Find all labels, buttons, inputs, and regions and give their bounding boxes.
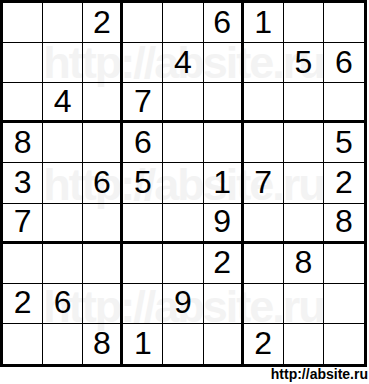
sudoku-grid: 2614564786536517279828269812 bbox=[3, 3, 364, 364]
cell-r3c9[interactable] bbox=[324, 83, 364, 123]
cell-r3c4[interactable]: 7 bbox=[123, 83, 163, 123]
cell-r8c9[interactable] bbox=[324, 284, 364, 324]
cell-r9c3[interactable]: 8 bbox=[83, 324, 123, 364]
cell-r1c6[interactable]: 6 bbox=[204, 3, 244, 43]
cell-r1c8[interactable] bbox=[284, 3, 324, 43]
cell-r6c5[interactable] bbox=[163, 204, 203, 244]
footer-url: http://absite.ru bbox=[271, 366, 368, 383]
cell-r9c4[interactable]: 1 bbox=[123, 324, 163, 364]
cell-r1c7[interactable]: 1 bbox=[244, 3, 284, 43]
cell-r5c6[interactable]: 1 bbox=[204, 163, 244, 203]
cell-r3c3[interactable] bbox=[83, 83, 123, 123]
cell-r7c5[interactable] bbox=[163, 244, 203, 284]
cell-r1c3[interactable]: 2 bbox=[83, 3, 123, 43]
cell-r5c7[interactable]: 7 bbox=[244, 163, 284, 203]
cell-r7c6[interactable]: 2 bbox=[204, 244, 244, 284]
cell-r5c2[interactable] bbox=[43, 163, 83, 203]
cell-r8c7[interactable] bbox=[244, 284, 284, 324]
cell-r5c5[interactable] bbox=[163, 163, 203, 203]
cell-r9c9[interactable] bbox=[324, 324, 364, 364]
cell-r3c2[interactable]: 4 bbox=[43, 83, 83, 123]
cell-r8c1[interactable]: 2 bbox=[3, 284, 43, 324]
cell-r2c7[interactable] bbox=[244, 43, 284, 83]
cell-r6c7[interactable] bbox=[244, 204, 284, 244]
cell-r5c4[interactable]: 5 bbox=[123, 163, 163, 203]
cell-r2c9[interactable]: 6 bbox=[324, 43, 364, 83]
cell-r2c5[interactable]: 4 bbox=[163, 43, 203, 83]
cell-r7c4[interactable] bbox=[123, 244, 163, 284]
cell-r2c6[interactable] bbox=[204, 43, 244, 83]
cell-r2c2[interactable] bbox=[43, 43, 83, 83]
cell-r8c3[interactable] bbox=[83, 284, 123, 324]
cell-r7c9[interactable] bbox=[324, 244, 364, 284]
cell-r8c2[interactable]: 6 bbox=[43, 284, 83, 324]
cell-r6c2[interactable] bbox=[43, 204, 83, 244]
cell-r5c8[interactable] bbox=[284, 163, 324, 203]
cell-r9c6[interactable] bbox=[204, 324, 244, 364]
cell-r6c8[interactable] bbox=[284, 204, 324, 244]
cell-r9c2[interactable] bbox=[43, 324, 83, 364]
cell-r9c1[interactable] bbox=[3, 324, 43, 364]
cell-r5c3[interactable]: 6 bbox=[83, 163, 123, 203]
cell-r9c5[interactable] bbox=[163, 324, 203, 364]
cell-r6c1[interactable]: 7 bbox=[3, 204, 43, 244]
cell-r6c6[interactable]: 9 bbox=[204, 204, 244, 244]
cell-r2c3[interactable] bbox=[83, 43, 123, 83]
cell-r4c6[interactable] bbox=[204, 123, 244, 163]
cell-r4c4[interactable]: 6 bbox=[123, 123, 163, 163]
cell-r4c1[interactable]: 8 bbox=[3, 123, 43, 163]
cell-r7c3[interactable] bbox=[83, 244, 123, 284]
cell-r7c2[interactable] bbox=[43, 244, 83, 284]
cell-r3c5[interactable] bbox=[163, 83, 203, 123]
cell-r8c4[interactable] bbox=[123, 284, 163, 324]
cell-r1c2[interactable] bbox=[43, 3, 83, 43]
cell-r3c7[interactable] bbox=[244, 83, 284, 123]
cell-r4c8[interactable] bbox=[284, 123, 324, 163]
cell-r7c1[interactable] bbox=[3, 244, 43, 284]
cell-r6c3[interactable] bbox=[83, 204, 123, 244]
cell-r7c7[interactable] bbox=[244, 244, 284, 284]
cell-r5c1[interactable]: 3 bbox=[3, 163, 43, 203]
cell-r2c4[interactable] bbox=[123, 43, 163, 83]
cell-r9c8[interactable] bbox=[284, 324, 324, 364]
cell-r9c7[interactable]: 2 bbox=[244, 324, 284, 364]
sudoku-board: http://absite.ru http://absite.ru http:/… bbox=[0, 0, 367, 367]
cell-r6c9[interactable]: 8 bbox=[324, 204, 364, 244]
cell-r6c4[interactable] bbox=[123, 204, 163, 244]
cell-r8c8[interactable] bbox=[284, 284, 324, 324]
cell-r4c3[interactable] bbox=[83, 123, 123, 163]
cell-r3c1[interactable] bbox=[3, 83, 43, 123]
cell-r2c8[interactable]: 5 bbox=[284, 43, 324, 83]
cell-r1c1[interactable] bbox=[3, 3, 43, 43]
cell-r2c1[interactable] bbox=[3, 43, 43, 83]
cell-r4c7[interactable] bbox=[244, 123, 284, 163]
cell-r8c6[interactable] bbox=[204, 284, 244, 324]
cell-r7c8[interactable]: 8 bbox=[284, 244, 324, 284]
cell-r8c5[interactable]: 9 bbox=[163, 284, 203, 324]
cell-r3c6[interactable] bbox=[204, 83, 244, 123]
cell-r4c9[interactable]: 5 bbox=[324, 123, 364, 163]
cell-r1c4[interactable] bbox=[123, 3, 163, 43]
cell-r5c9[interactable]: 2 bbox=[324, 163, 364, 203]
cell-r1c9[interactable] bbox=[324, 3, 364, 43]
cell-r1c5[interactable] bbox=[163, 3, 203, 43]
cell-r3c8[interactable] bbox=[284, 83, 324, 123]
cell-r4c2[interactable] bbox=[43, 123, 83, 163]
cell-r4c5[interactable] bbox=[163, 123, 203, 163]
